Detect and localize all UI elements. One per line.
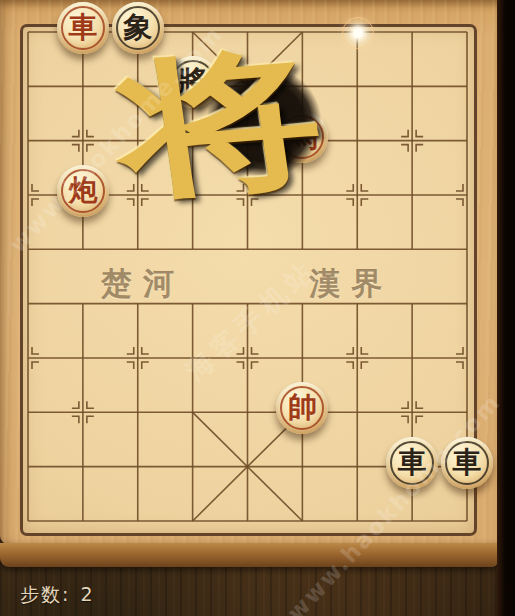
piece-red-chariot[interactable]: 車: [57, 2, 109, 54]
move-counter-label: 步数:: [20, 583, 70, 605]
right-dark-strip: [497, 0, 515, 616]
piece-character: 車: [398, 443, 427, 483]
piece-character: 馬: [288, 117, 317, 157]
move-counter: 步数:2: [20, 582, 95, 608]
board-edge-bevel: [0, 543, 498, 567]
piece-black-general[interactable]: 將: [167, 56, 219, 108]
piece-character: 帥: [288, 388, 317, 428]
piece-character: 將: [178, 62, 207, 102]
piece-character: 象: [123, 8, 152, 48]
river-label-chuhe: 楚河: [101, 264, 185, 302]
piece-black-elephant[interactable]: 象: [112, 2, 164, 54]
move-counter-value: 2: [80, 583, 94, 605]
piece-red-horse[interactable]: 馬: [276, 111, 328, 163]
river-label-hanjie: 漢界: [309, 264, 393, 302]
piece-character: 炮: [68, 171, 97, 211]
app-screen: 楚河 漢界 車象將馬炮帥車車 将 www.haokhome.com 海客手机站 …: [0, 0, 515, 616]
piece-character: 車: [68, 8, 97, 48]
piece-black-chariot[interactable]: 車: [386, 437, 438, 489]
piece-red-cannon[interactable]: 炮: [57, 165, 109, 217]
piece-character: 車: [453, 443, 482, 483]
last-move-indicator: [342, 17, 374, 49]
piece-black-chariot[interactable]: 車: [441, 437, 493, 489]
